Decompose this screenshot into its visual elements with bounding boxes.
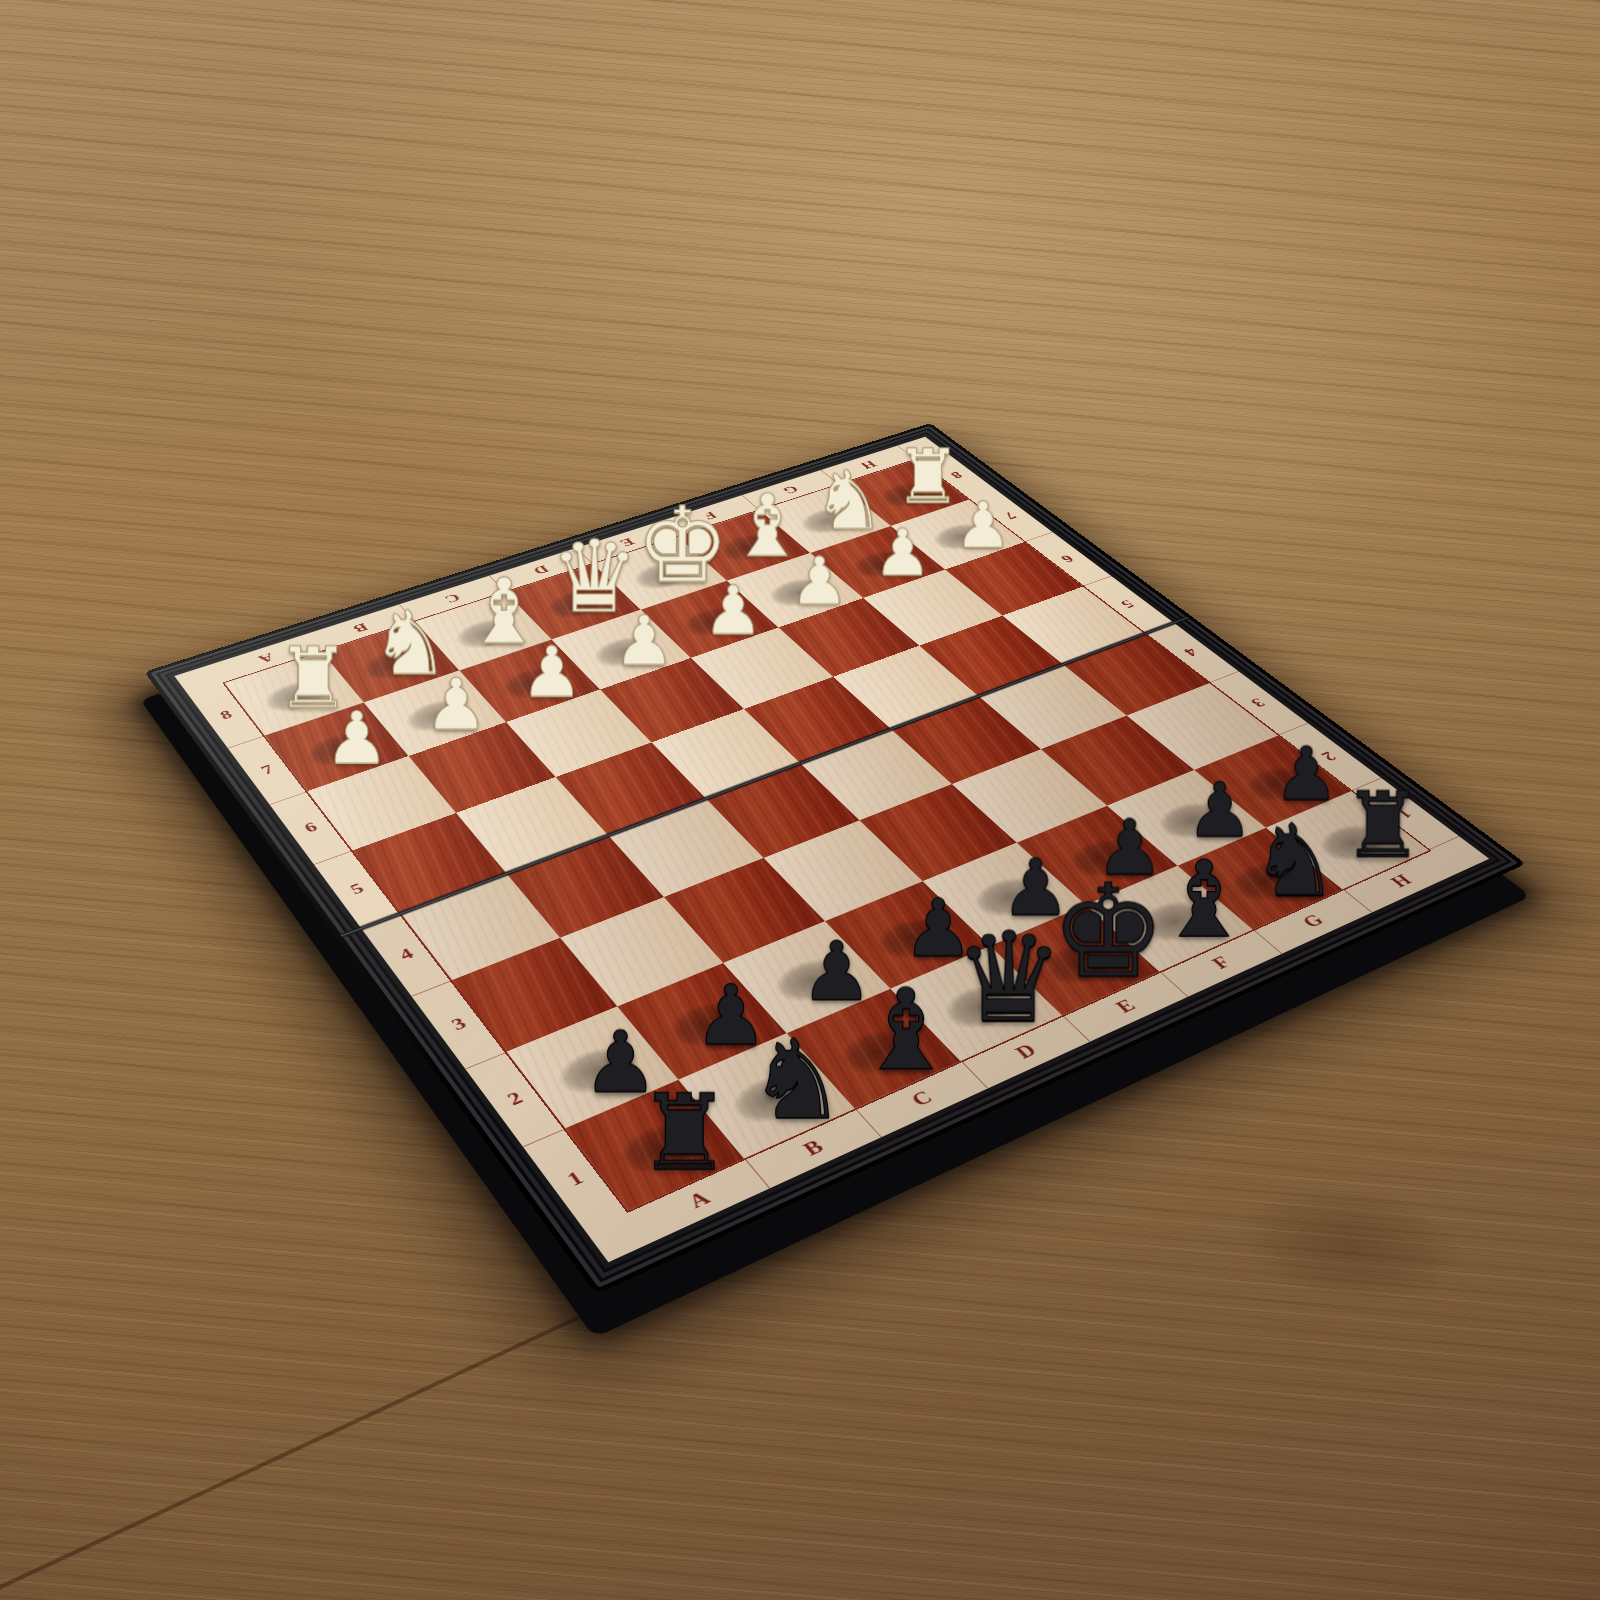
photo-vignette (0, 0, 1600, 1600)
photo-scene: ABCDEFGH ABCDEFGH 87654321 87654321 ♜♞♝♛… (0, 0, 1600, 1600)
